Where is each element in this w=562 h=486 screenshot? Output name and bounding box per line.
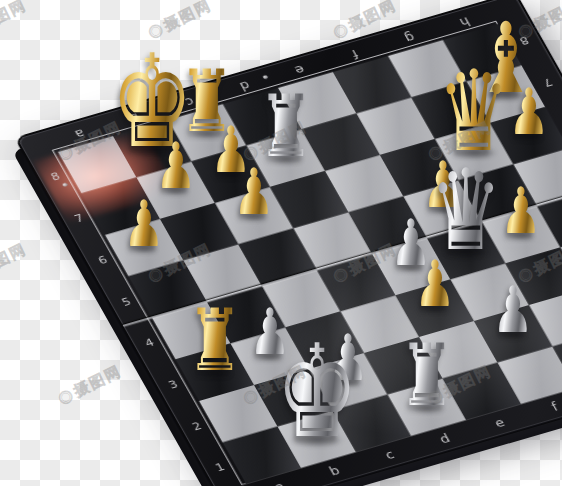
watermark-text: 摄图网 bbox=[531, 0, 562, 34]
watermark-text: 摄图网 bbox=[0, 0, 30, 34]
watermark-camera-circle-icon: ◉ bbox=[54, 384, 76, 408]
watermark: ◉摄图网 bbox=[0, 0, 30, 43]
watermark-text: 摄图网 bbox=[0, 240, 30, 279]
stock-photo-chessboard: abcdefgh abcdefgh 87654321 87654321 ♝♜♟♚… bbox=[0, 0, 562, 486]
watermark: ◉摄图网 bbox=[0, 482, 30, 486]
watermark-camera-circle-icon: ◉ bbox=[329, 18, 351, 42]
watermark: ◉摄图网 bbox=[144, 0, 215, 43]
watermark: ◉摄图网 bbox=[514, 482, 562, 486]
watermark-camera-circle-icon: ◉ bbox=[144, 18, 166, 42]
chess-board: abcdefgh abcdefgh 87654321 87654321 bbox=[17, 0, 562, 486]
watermark: ◉摄图网 bbox=[0, 238, 30, 287]
watermark-text: 摄图网 bbox=[71, 362, 125, 401]
watermark: ◉摄图网 bbox=[54, 360, 125, 409]
watermark-text: 摄图网 bbox=[161, 0, 215, 34]
